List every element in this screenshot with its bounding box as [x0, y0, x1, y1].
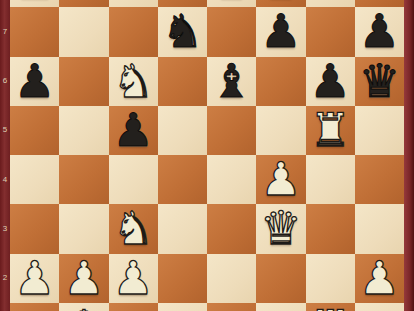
rank-label-6: 6 [0, 76, 10, 86]
square-g6[interactable]: ♟ [306, 57, 355, 106]
rank-label-2: 2 [0, 273, 10, 283]
square-a7[interactable] [10, 7, 59, 56]
square-h7[interactable]: ♟ [355, 7, 404, 56]
square-g1[interactable]: ♜ [306, 303, 355, 311]
square-c8[interactable] [109, 0, 158, 7]
square-c4[interactable] [109, 155, 158, 204]
square-g2[interactable] [306, 254, 355, 303]
black-queen-h6[interactable]: ♛ [355, 57, 404, 106]
square-e5[interactable] [207, 106, 256, 155]
black-pawn-a6[interactable]: ♟ [10, 57, 59, 106]
square-e7[interactable] [207, 7, 256, 56]
white-pawn-h2[interactable]: ♟ [355, 254, 404, 303]
rank-label-7: 7 [0, 27, 10, 37]
square-a2[interactable]: ♟ [10, 254, 59, 303]
square-b2[interactable]: ♟ [59, 254, 108, 303]
black-pawn-g6[interactable]: ♟ [306, 57, 355, 106]
square-f4[interactable]: ♟ [256, 155, 305, 204]
square-b5[interactable] [59, 106, 108, 155]
square-a5[interactable] [10, 106, 59, 155]
square-g4[interactable] [306, 155, 355, 204]
black-rook-a8[interactable]: ♜ [10, 0, 59, 7]
square-b8[interactable] [59, 0, 108, 7]
square-f5[interactable] [256, 106, 305, 155]
square-g3[interactable] [306, 204, 355, 253]
square-a4[interactable] [10, 155, 59, 204]
square-b6[interactable] [59, 57, 108, 106]
square-f1[interactable] [256, 303, 305, 311]
square-a3[interactable] [10, 204, 59, 253]
square-h2[interactable]: ♟ [355, 254, 404, 303]
white-knight-c3[interactable]: ♞ [109, 204, 158, 253]
white-pawn-a2[interactable]: ♟ [10, 254, 59, 303]
square-h4[interactable] [355, 155, 404, 204]
black-pawn-h7[interactable]: ♟ [355, 7, 404, 56]
square-c1[interactable] [109, 303, 158, 311]
square-a6[interactable]: ♟ [10, 57, 59, 106]
white-rook-g1[interactable]: ♜ [306, 303, 355, 311]
black-king-e8[interactable]: ♚ [207, 0, 256, 7]
square-d6[interactable] [158, 57, 207, 106]
black-knight-d7[interactable]: ♞ [158, 7, 207, 56]
square-h6[interactable]: ♛ [355, 57, 404, 106]
board-viewport: ♜♚♝♞♟♟♟♞♝♟♛♟♜♟♞♛♟♟♟♟♚♜ 765432 [0, 0, 414, 311]
square-h3[interactable] [355, 204, 404, 253]
square-e1[interactable] [207, 303, 256, 311]
white-pawn-b2[interactable]: ♟ [59, 254, 108, 303]
square-d1[interactable] [158, 303, 207, 311]
square-e8[interactable]: ♚ [207, 0, 256, 7]
square-e6[interactable]: ♝ [207, 57, 256, 106]
square-a8[interactable]: ♜ [10, 0, 59, 7]
rank-label-4: 4 [0, 175, 10, 185]
square-g5[interactable]: ♜ [306, 106, 355, 155]
square-g8[interactable] [306, 0, 355, 7]
black-pawn-f7[interactable]: ♟ [256, 7, 305, 56]
square-d3[interactable] [158, 204, 207, 253]
black-bishop-e6[interactable]: ♝ [207, 57, 256, 106]
square-b4[interactable] [59, 155, 108, 204]
square-h5[interactable] [355, 106, 404, 155]
square-b7[interactable] [59, 7, 108, 56]
rank-label-5: 5 [0, 125, 10, 135]
board-border-right [404, 0, 414, 311]
square-e2[interactable] [207, 254, 256, 303]
square-d4[interactable] [158, 155, 207, 204]
chess-board: ♜♚♝♞♟♟♟♞♝♟♛♟♜♟♞♛♟♟♟♟♚♜ [10, 0, 404, 311]
rank-label-3: 3 [0, 224, 10, 234]
square-c3[interactable]: ♞ [109, 204, 158, 253]
square-b1[interactable]: ♚ [59, 303, 108, 311]
square-e3[interactable] [207, 204, 256, 253]
white-queen-f3[interactable]: ♛ [256, 204, 305, 253]
square-h1[interactable] [355, 303, 404, 311]
square-f7[interactable]: ♟ [256, 7, 305, 56]
square-d2[interactable] [158, 254, 207, 303]
square-c6[interactable]: ♞ [109, 57, 158, 106]
square-f6[interactable] [256, 57, 305, 106]
square-c5[interactable]: ♟ [109, 106, 158, 155]
black-pawn-c5[interactable]: ♟ [109, 106, 158, 155]
square-b3[interactable] [59, 204, 108, 253]
white-pawn-c2[interactable]: ♟ [109, 254, 158, 303]
white-pawn-f4[interactable]: ♟ [256, 155, 305, 204]
white-king-b1[interactable]: ♚ [59, 303, 108, 311]
square-a1[interactable] [10, 303, 59, 311]
white-knight-c6[interactable]: ♞ [109, 57, 158, 106]
square-d7[interactable]: ♞ [158, 7, 207, 56]
square-g7[interactable] [306, 7, 355, 56]
board-border-left [0, 0, 10, 311]
white-rook-g5[interactable]: ♜ [306, 106, 355, 155]
square-d5[interactable] [158, 106, 207, 155]
square-f2[interactable] [256, 254, 305, 303]
square-e4[interactable] [207, 155, 256, 204]
square-c7[interactable] [109, 7, 158, 56]
square-f3[interactable]: ♛ [256, 204, 305, 253]
square-c2[interactable]: ♟ [109, 254, 158, 303]
